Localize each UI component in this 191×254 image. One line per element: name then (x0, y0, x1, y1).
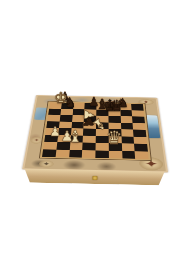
square-a1[interactable] (42, 149, 56, 157)
square-e1[interactable] (95, 150, 108, 158)
square-h1[interactable] (135, 151, 149, 159)
brass-latch-icon (92, 176, 97, 180)
piece-white-pawn[interactable]: ♟ (49, 125, 61, 138)
square-g1[interactable] (122, 151, 136, 159)
piece-white-queen[interactable]: ♛ (106, 129, 122, 147)
piece-white-bishop[interactable]: ♝ (68, 129, 82, 145)
board-front-edge (23, 168, 166, 185)
square-d1[interactable] (82, 150, 95, 158)
compass-rose-icon: ✦ (38, 160, 54, 167)
piece-black-knight[interactable]: ♞ (64, 96, 76, 109)
chess-set-photo: ✦ ✦ ✦ ✦ ♚♟♞♟♝♚♛♞♟♟♝♟♟♝♛ (0, 0, 191, 254)
square-c1[interactable] (69, 150, 83, 158)
square-f1[interactable] (109, 150, 122, 158)
square-b1[interactable] (55, 149, 69, 157)
piece-black-queen[interactable]: ♛ (110, 99, 123, 114)
